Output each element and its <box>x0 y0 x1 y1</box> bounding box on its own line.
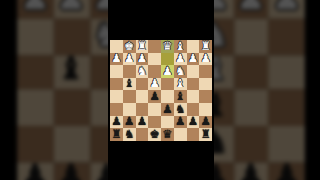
black-rook-piece: ♜ <box>200 128 210 140</box>
square-h7[interactable]: ♟ <box>110 116 123 129</box>
bg-square-b4 <box>233 55 269 91</box>
black-king-piece: ♚ <box>149 128 159 140</box>
white-pawn-piece: ♟ <box>200 53 210 65</box>
white-pawn-piece: ♟ <box>124 53 134 65</box>
white-pawn-piece: ♟ <box>188 53 198 65</box>
square-d3[interactable]: ♟ <box>161 65 174 78</box>
bg-black-bishop-piece: ♝ <box>57 55 86 87</box>
square-d7[interactable] <box>161 116 174 129</box>
square-e4[interactable]: ♟ <box>148 78 161 91</box>
black-pawn-piece: ♟ <box>175 116 185 128</box>
square-e3[interactable] <box>148 65 161 78</box>
square-b5[interactable] <box>187 90 200 103</box>
square-e6[interactable] <box>148 103 161 116</box>
bg-square-g2: ♟ <box>53 0 89 19</box>
bg-white-pawn-piece: ♟ <box>272 0 301 16</box>
square-h3[interactable] <box>110 65 123 78</box>
white-rook-piece: ♜ <box>137 40 147 52</box>
square-a6[interactable] <box>199 103 212 116</box>
square-g5[interactable] <box>123 90 136 103</box>
black-queen-piece: ♛ <box>162 128 172 140</box>
square-d4[interactable] <box>161 78 174 91</box>
square-g1[interactable]: ♚ <box>123 40 136 53</box>
square-d8[interactable]: ♛ <box>161 128 174 141</box>
white-pawn-piece: ♟ <box>162 65 172 77</box>
black-pawn-piece: ♟ <box>137 116 147 128</box>
bg-black-pawn-piece: ♟ <box>57 161 86 180</box>
bg-square-h4 <box>17 55 53 91</box>
bg-square-b7: ♟ <box>233 161 269 180</box>
bg-black-pawn-piece: ♟ <box>272 161 301 180</box>
black-pawn-piece: ♟ <box>124 116 134 128</box>
bg-square-h3 <box>17 19 53 55</box>
black-pawn-piece: ♟ <box>188 116 198 128</box>
square-h2[interactable]: ♟ <box>110 53 123 66</box>
square-d1[interactable]: ♛ <box>161 40 174 53</box>
bg-square-a3 <box>269 19 305 55</box>
square-g4[interactable]: ♝ <box>123 78 136 91</box>
square-g3[interactable] <box>123 65 136 78</box>
square-d6[interactable]: ♟ <box>161 103 174 116</box>
white-knight-piece: ♞ <box>175 65 185 77</box>
white-pawn-piece: ♟ <box>175 53 185 65</box>
square-c6[interactable]: ♞ <box>174 103 187 116</box>
square-f1[interactable]: ♜ <box>136 40 149 53</box>
square-e1[interactable] <box>148 40 161 53</box>
black-pawn-piece: ♟ <box>149 90 159 102</box>
bg-square-b5 <box>233 90 269 126</box>
black-bishop-piece: ♝ <box>124 78 134 90</box>
square-g7[interactable]: ♟ <box>123 116 136 129</box>
square-a2[interactable]: ♟ <box>199 53 212 66</box>
square-a4[interactable] <box>199 78 212 91</box>
square-e8[interactable]: ♚ <box>148 128 161 141</box>
square-f2[interactable]: ♟ <box>136 53 149 66</box>
square-h8[interactable]: ♜ <box>110 128 123 141</box>
bg-square-h5 <box>17 90 53 126</box>
square-a3[interactable] <box>199 65 212 78</box>
square-b2[interactable]: ♟ <box>187 53 200 66</box>
square-b4[interactable] <box>187 78 200 91</box>
square-f7[interactable]: ♟ <box>136 116 149 129</box>
square-b1[interactable] <box>187 40 200 53</box>
square-b3[interactable] <box>187 65 200 78</box>
bg-square-g6 <box>53 126 89 162</box>
white-pawn-piece: ♟ <box>137 53 147 65</box>
square-c4[interactable]: ♝ <box>174 78 187 91</box>
white-knight-piece: ♞ <box>137 65 147 77</box>
square-c8[interactable] <box>174 128 187 141</box>
square-g2[interactable]: ♟ <box>123 53 136 66</box>
square-h6[interactable] <box>110 103 123 116</box>
square-c1[interactable]: ♝ <box>174 40 187 53</box>
chess-board: ♚♜♛♝♜♟♟♟♟♟♟♞♟♞♝♟♝♟♝♟♞♟♟♟♟♟♟♜♞♚♛♜ <box>110 40 212 141</box>
square-e7[interactable] <box>148 116 161 129</box>
white-rook-piece: ♜ <box>200 40 210 52</box>
bg-square-b3 <box>233 19 269 55</box>
white-bishop-piece: ♝ <box>175 78 185 90</box>
square-a1[interactable]: ♜ <box>199 40 212 53</box>
square-e5[interactable]: ♟ <box>148 90 161 103</box>
square-f6[interactable] <box>136 103 149 116</box>
video-frame: ♚♜♛♝♜♟♟♟♟♟♟♞♟♞♝♟♝♟♝♟♞♟♟♟♟♟♟♜♞♚♛♜ ♚♜♛♝♜♟♟… <box>0 0 320 180</box>
square-f8[interactable] <box>136 128 149 141</box>
bg-square-h7: ♟ <box>17 161 53 180</box>
square-h4[interactable] <box>110 78 123 91</box>
square-a7[interactable]: ♟ <box>199 116 212 129</box>
bg-square-g3 <box>53 19 89 55</box>
square-f5[interactable] <box>136 90 149 103</box>
bg-white-pawn-piece: ♟ <box>57 0 86 16</box>
square-f3[interactable]: ♞ <box>136 65 149 78</box>
square-c5[interactable]: ♝ <box>174 90 187 103</box>
square-d5[interactable] <box>161 90 174 103</box>
black-bishop-piece: ♝ <box>175 90 185 102</box>
square-h1[interactable] <box>110 40 123 53</box>
black-pawn-piece: ♟ <box>200 116 210 128</box>
bg-white-pawn-piece: ♟ <box>21 0 50 16</box>
bg-square-g5 <box>53 90 89 126</box>
bg-square-g7: ♟ <box>53 161 89 180</box>
square-a8[interactable]: ♜ <box>199 128 212 141</box>
bg-square-a6 <box>269 126 305 162</box>
white-queen-piece: ♛ <box>162 40 172 52</box>
square-e2[interactable] <box>148 53 161 66</box>
black-knight-piece: ♞ <box>124 128 134 140</box>
black-knight-piece: ♞ <box>175 103 185 115</box>
bg-square-a2: ♟ <box>269 0 305 19</box>
bg-square-h2: ♟ <box>17 0 53 19</box>
bg-square-b2: ♟ <box>233 0 269 19</box>
bg-square-b6 <box>233 126 269 162</box>
bg-square-g4: ♝ <box>53 55 89 91</box>
square-g8[interactable]: ♞ <box>123 128 136 141</box>
square-c7[interactable]: ♟ <box>174 116 187 129</box>
square-h5[interactable] <box>110 90 123 103</box>
white-king-piece: ♚ <box>124 40 134 52</box>
square-a5[interactable] <box>199 90 212 103</box>
bg-square-a7: ♟ <box>269 161 305 180</box>
bg-square-a4 <box>269 55 305 91</box>
square-b6[interactable] <box>187 103 200 116</box>
bg-black-pawn-piece: ♟ <box>236 161 265 180</box>
square-c2[interactable]: ♟ <box>174 53 187 66</box>
black-pawn-piece: ♟ <box>162 103 172 115</box>
square-b8[interactable] <box>187 128 200 141</box>
square-f4[interactable] <box>136 78 149 91</box>
bg-square-h6 <box>17 126 53 162</box>
black-rook-piece: ♜ <box>111 128 121 140</box>
bg-black-pawn-piece: ♟ <box>21 161 50 180</box>
bg-square-a5 <box>269 90 305 126</box>
white-pawn-piece: ♟ <box>111 53 121 65</box>
square-g6[interactable] <box>123 103 136 116</box>
black-pawn-piece: ♟ <box>111 116 121 128</box>
square-b7[interactable]: ♟ <box>187 116 200 129</box>
white-bishop-piece: ♝ <box>175 40 185 52</box>
bg-white-pawn-piece: ♟ <box>236 0 265 16</box>
square-d2[interactable] <box>161 53 174 66</box>
square-c3[interactable]: ♞ <box>174 65 187 78</box>
white-pawn-piece: ♟ <box>149 78 159 90</box>
